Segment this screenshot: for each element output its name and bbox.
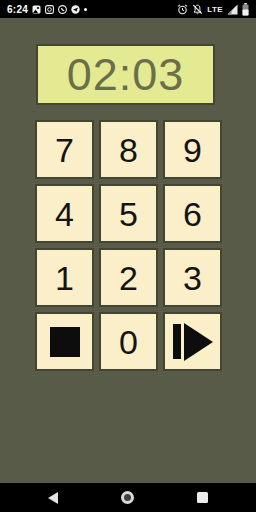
key-9[interactable]: 9: [163, 120, 222, 179]
clock-time: 6:24: [7, 4, 28, 15]
phone-screen: 6:24 LTE: [0, 0, 256, 512]
key-5[interactable]: 5: [99, 184, 158, 243]
battery-icon: [242, 3, 249, 16]
key-4[interactable]: 4: [35, 184, 94, 243]
key-3[interactable]: 3: [163, 248, 222, 307]
key-7[interactable]: 7: [35, 120, 94, 179]
key-label: 4: [55, 197, 74, 231]
stop-button[interactable]: [35, 312, 94, 371]
android-nav-bar: [0, 483, 256, 512]
keypad: 7 8 9 4 5 6 1 2 3 0: [35, 120, 222, 371]
timer-display: 02:03: [36, 44, 215, 105]
status-bar: 6:24 LTE: [0, 0, 256, 18]
signal-strength-icon: [227, 4, 238, 15]
screenshot-icon: [45, 5, 54, 14]
key-label: 2: [119, 261, 138, 295]
key-2[interactable]: 2: [99, 248, 158, 307]
key-label: 1: [55, 261, 74, 295]
key-label: 3: [183, 261, 202, 295]
stop-icon: [50, 327, 80, 357]
key-label: 6: [183, 197, 202, 231]
whatsapp-icon: [58, 5, 67, 14]
pause-bar: [173, 324, 181, 359]
key-1[interactable]: 1: [35, 248, 94, 307]
start-button[interactable]: [163, 312, 222, 371]
key-6[interactable]: 6: [163, 184, 222, 243]
key-label: 5: [119, 197, 138, 231]
back-icon[interactable]: [48, 492, 58, 504]
key-8[interactable]: 8: [99, 120, 158, 179]
notifications-off-icon: [192, 4, 203, 15]
key-label: 8: [119, 133, 138, 167]
play-icon: [173, 323, 213, 361]
home-icon[interactable]: [121, 491, 134, 504]
play-triangle: [184, 323, 213, 361]
timer-value: 02:03: [67, 52, 185, 97]
key-label: 0: [119, 325, 138, 359]
gallery-icon: [32, 5, 41, 14]
key-label: 7: [55, 133, 74, 167]
recents-icon[interactable]: [197, 492, 208, 503]
status-bar-right: LTE: [177, 3, 249, 16]
key-label: 9: [183, 133, 202, 167]
alarm-icon: [177, 4, 188, 15]
key-0[interactable]: 0: [99, 312, 158, 371]
more-notifications-dot: [84, 8, 87, 11]
telegram-icon: [71, 5, 80, 14]
network-type-label: LTE: [207, 5, 223, 14]
status-bar-left: 6:24: [7, 4, 87, 15]
